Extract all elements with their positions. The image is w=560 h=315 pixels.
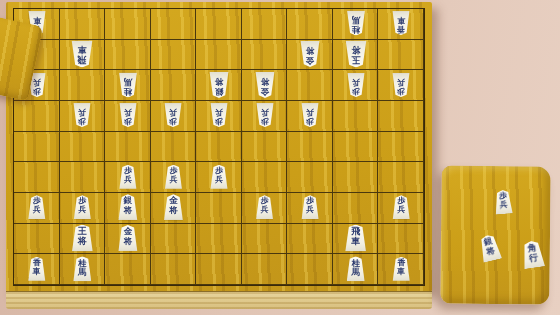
piece-kanji: 兵 [397,206,405,215]
piece-kanji: 兵 [169,107,177,116]
piece-kanji: 飛 [351,226,360,236]
square-81[interactable] [60,9,106,40]
square-25[interactable] [333,132,379,163]
square-42[interactable] [242,40,288,71]
square-51[interactable] [196,9,242,40]
piece-kanji: 兵 [33,77,41,86]
piece-kanji: 歩 [169,116,177,125]
square-98[interactable] [14,224,60,255]
piece-kanji: 香 [397,24,405,33]
piece-kanji: 兵 [124,176,132,185]
piece-kanji: 兵 [215,107,223,116]
piece-kanji: 王 [78,226,87,236]
square-38[interactable] [287,224,333,255]
hand-piece-pawn[interactable]: 歩兵 [493,189,513,214]
square-72[interactable] [105,40,151,71]
piece-kanji: 兵 [33,206,41,215]
square-83[interactable] [60,70,106,101]
piece-kanji: 玉 [351,55,360,65]
square-24[interactable] [333,101,379,132]
square-12[interactable] [378,40,424,71]
square-86[interactable] [60,162,106,193]
square-75[interactable] [105,132,151,163]
piece-kanji: 兵 [261,206,269,215]
piece-kanji: 馬 [351,268,360,278]
square-65[interactable] [151,132,197,163]
piece-kanji: 車 [33,268,41,277]
piece-kanji: 兵 [124,107,132,116]
piece-kanji: 金 [260,86,269,96]
square-48[interactable] [242,224,288,255]
piece-kanji: 兵 [169,176,177,185]
piece-kanji: 銀 [215,86,224,96]
piece-kanji: 将 [485,246,495,257]
piece-kanji: 飛 [78,55,87,65]
square-46[interactable] [242,162,288,193]
square-15[interactable] [378,132,424,163]
piece-kanji: 将 [124,206,133,216]
square-26[interactable] [333,162,379,193]
square-94[interactable] [14,101,60,132]
square-62[interactable] [151,40,197,71]
piece-kanji: 将 [306,46,315,56]
square-14[interactable] [378,101,424,132]
piece-kanji: 将 [78,236,87,246]
square-18[interactable] [378,224,424,255]
piece-kanji: 桂 [124,86,133,96]
piece-kanji: 歩 [78,116,86,125]
piece-kanji: 歩 [352,86,360,95]
piece-kanji: 歩 [124,116,132,125]
square-58[interactable] [196,224,242,255]
piece-kanji: 将 [124,236,133,246]
square-55[interactable] [196,132,242,163]
square-36[interactable] [287,162,333,193]
hand-piece-bishop[interactable]: 角行 [520,239,546,269]
komadai-right: 歩兵銀将角行 [440,165,550,304]
piece-kanji: 歩 [397,86,405,95]
square-49[interactable] [242,254,288,285]
square-69[interactable] [151,254,197,285]
square-95[interactable] [14,132,60,163]
square-41[interactable] [242,9,288,40]
shogi-board-grid: 香車桂馬香車飛車金将玉将歩兵桂馬銀将金将歩兵歩兵歩兵歩兵歩兵歩兵歩兵歩兵歩兵歩兵… [13,8,425,286]
piece-kanji: 行 [528,252,538,263]
piece-kanji: 歩 [261,116,269,125]
piece-kanji: 将 [351,45,360,55]
piece-kanji: 馬 [78,268,87,278]
square-61[interactable] [151,9,197,40]
square-63[interactable] [151,70,197,101]
piece-kanji: 兵 [499,201,508,211]
shogi-board: 香車桂馬香車飛車金将玉将歩兵桂馬銀将金将歩兵歩兵歩兵歩兵歩兵歩兵歩兵歩兵歩兵歩兵… [6,2,432,292]
piece-kanji: 将 [169,206,178,216]
square-96[interactable] [14,162,60,193]
square-85[interactable] [60,132,106,163]
piece-kanji: 歩 [215,116,223,125]
square-39[interactable] [287,254,333,285]
square-59[interactable] [196,254,242,285]
square-68[interactable] [151,224,197,255]
square-16[interactable] [378,162,424,193]
piece-kanji: 桂 [351,24,360,34]
piece-kanji: 兵 [352,77,360,86]
piece-kanji: 兵 [261,107,269,116]
piece-kanji: 歩 [306,116,314,125]
piece-kanji: 金 [306,55,315,65]
square-52[interactable] [196,40,242,71]
square-27[interactable] [333,193,379,224]
piece-kanji: 馬 [351,15,360,25]
piece-kanji: 将 [215,77,224,87]
piece-kanji: 兵 [78,107,86,116]
square-57[interactable] [196,193,242,224]
hand-piece-silver[interactable]: 銀将 [477,233,502,263]
piece-kanji: 兵 [306,107,314,116]
square-45[interactable] [242,132,288,163]
piece-kanji: 兵 [215,176,223,185]
board-side-face [6,291,432,309]
square-33[interactable] [287,70,333,101]
piece-kanji: 歩 [33,86,41,95]
piece-kanji: 車 [351,236,360,246]
square-31[interactable] [287,9,333,40]
piece-kanji: 兵 [306,206,314,215]
square-71[interactable] [105,9,151,40]
piece-kanji: 将 [260,77,269,87]
piece-kanji: 車 [397,15,405,24]
piece-kanji: 車 [33,15,41,24]
piece-kanji: 兵 [397,77,405,86]
piece-kanji: 馬 [124,76,133,86]
piece-kanji: 車 [78,45,87,55]
piece-kanji: 兵 [78,206,86,215]
square-35[interactable] [287,132,333,163]
square-79[interactable] [105,254,151,285]
piece-kanji: 車 [397,268,405,277]
